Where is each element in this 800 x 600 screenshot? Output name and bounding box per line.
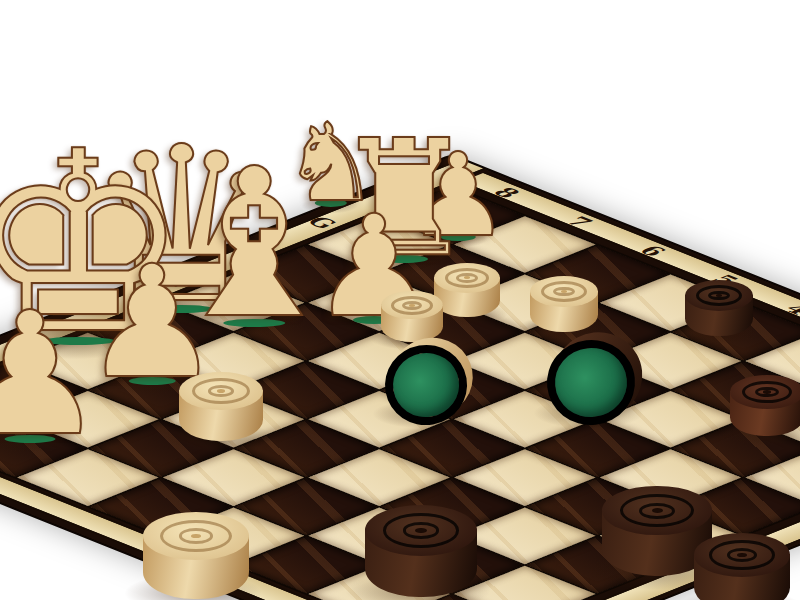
checker-light — [143, 512, 249, 599]
checker-light — [381, 291, 443, 342]
checker-tipped-dark-felt — [543, 335, 639, 429]
checker-top — [381, 291, 443, 319]
checker-light — [179, 372, 263, 441]
carved-center — [561, 290, 568, 293]
carved-center — [737, 553, 747, 557]
product-photo-stage: ABCDEFGH 87654321 ♞♟♜♛♟♝♚♟♟ — [0, 0, 800, 600]
checker-top — [143, 512, 249, 560]
checker-light — [434, 263, 500, 317]
checker-top — [685, 280, 753, 311]
carved-center — [217, 389, 225, 393]
checker-top — [365, 505, 477, 556]
checker-top — [730, 375, 800, 408]
checker-top — [694, 533, 790, 576]
checker-dark — [365, 505, 477, 597]
checker-dark — [685, 280, 753, 336]
checker-red — [730, 375, 800, 436]
checker-top — [434, 263, 500, 293]
pieces-layer: ♞♟♜♛♟♝♚♟♟ — [0, 0, 800, 600]
checker-top — [179, 372, 263, 410]
carved-center — [415, 528, 426, 533]
checker-top — [602, 486, 712, 536]
carved-center — [716, 294, 723, 297]
chess-piece-pawn-1: ♟ — [0, 305, 106, 444]
checker-top — [530, 276, 598, 307]
checker-dark — [694, 533, 790, 600]
checker-light — [530, 276, 598, 332]
checker-tipped-light-felt — [379, 339, 474, 432]
